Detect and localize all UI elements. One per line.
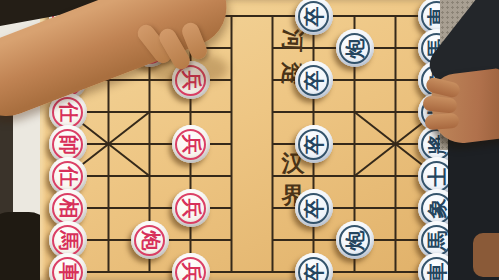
piece-glyph-black-cannon: 炮 <box>341 38 368 58</box>
piece-glyph-red-cannon: 炮 <box>136 230 163 250</box>
piece-glyph-red-elephant: 相 <box>54 198 81 218</box>
right-hand-finger <box>425 113 460 130</box>
piece-glyph-black-soldier: 卒 <box>300 134 327 154</box>
piece-glyph-black-cannon: 炮 <box>341 230 368 250</box>
piece-black-soldier[interactable]: 卒 <box>295 0 333 35</box>
piece-glyph-black-chariot: 車 <box>423 262 450 280</box>
piece-glyph-red-chariot: 車 <box>54 262 81 280</box>
piece-glyph-red-advisor: 仕 <box>54 166 81 186</box>
piece-glyph-red-general: 帥 <box>54 134 81 154</box>
piece-black-soldier[interactable]: 卒 <box>295 125 333 163</box>
piece-red-cannon[interactable]: 炮 <box>131 221 169 259</box>
piece-glyph-black-horse: 馬 <box>423 230 450 250</box>
xiangqi-game-photo: 河楚 汉界 車馬相仕帥仕相馬車炮炮兵兵兵兵兵車馬象士將士象馬車炮炮卒卒卒卒卒 <box>0 0 499 280</box>
right-player-knee <box>473 233 499 277</box>
piece-glyph-black-advisor: 士 <box>423 166 450 186</box>
piece-glyph-black-soldier: 卒 <box>300 70 327 90</box>
piece-glyph-black-soldier: 卒 <box>300 6 327 26</box>
piece-black-soldier[interactable]: 卒 <box>295 253 333 280</box>
piece-glyph-red-advisor: 仕 <box>54 102 81 122</box>
piece-black-cannon[interactable]: 炮 <box>336 221 374 259</box>
piece-glyph-black-soldier: 卒 <box>300 198 327 218</box>
piece-glyph-black-soldier: 卒 <box>300 262 327 280</box>
piece-glyph-black-elephant: 象 <box>423 198 450 218</box>
piece-glyph-red-horse: 馬 <box>54 230 81 250</box>
piece-glyph-red-soldier: 兵 <box>177 198 204 218</box>
piece-glyph-red-soldier: 兵 <box>177 134 204 154</box>
piece-black-soldier[interactable]: 卒 <box>295 61 333 99</box>
piece-red-chariot[interactable]: 車 <box>49 253 87 280</box>
piece-red-soldier[interactable]: 兵 <box>172 189 210 227</box>
piece-black-soldier[interactable]: 卒 <box>295 189 333 227</box>
piece-black-cannon[interactable]: 炮 <box>336 29 374 67</box>
piece-red-soldier[interactable]: 兵 <box>172 253 210 280</box>
piece-red-soldier[interactable]: 兵 <box>172 125 210 163</box>
piece-glyph-red-soldier: 兵 <box>177 262 204 280</box>
